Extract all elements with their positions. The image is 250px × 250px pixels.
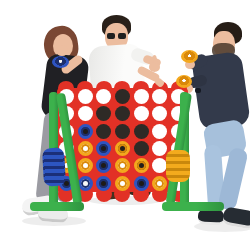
wristwatch — [195, 88, 201, 93]
cell-r3c2 — [78, 124, 93, 139]
glasses-icon — [118, 33, 126, 39]
cell-r5c4 — [115, 158, 130, 173]
player-left-hand — [56, 45, 68, 56]
cell-r3c5 — [134, 124, 149, 139]
scene — [0, 0, 250, 250]
cell-r1c2 — [78, 89, 93, 104]
cell-r5c2 — [78, 158, 93, 173]
frame-left-foot — [30, 202, 84, 211]
yellow-disc-storage-stack — [166, 150, 190, 182]
cell-r1c6 — [152, 89, 167, 104]
cell-r2c4 — [115, 106, 130, 121]
cell-r4c3 — [96, 141, 111, 156]
cell-r2c6 — [152, 106, 167, 121]
yellow-disc-held — [181, 50, 198, 63]
cell-r4c4 — [115, 141, 130, 156]
cell-r6c5 — [134, 176, 149, 191]
cell-r2c3 — [96, 106, 111, 121]
cell-r5c5 — [134, 158, 149, 173]
cell-r6c6 — [152, 176, 167, 191]
glasses-icon — [107, 33, 115, 39]
cell-r3c4 — [115, 124, 130, 139]
cell-r6c3 — [96, 176, 111, 191]
cell-r4c2 — [78, 141, 93, 156]
frame-right-foot — [162, 202, 224, 211]
blue-disc-held — [52, 56, 69, 68]
cell-r4c6 — [152, 141, 167, 156]
cell-r2c5 — [134, 106, 149, 121]
cell-r3c3 — [96, 124, 111, 139]
cell-r2c2 — [78, 106, 93, 121]
cell-r3c6 — [152, 124, 167, 139]
blue-disc-storage-stack — [42, 147, 66, 186]
cell-r5c3 — [96, 158, 111, 173]
cell-r1c3 — [96, 89, 111, 104]
cell-r1c4 — [115, 89, 130, 104]
thumbs-up-thumb — [152, 55, 158, 65]
cell-r6c4 — [115, 176, 130, 191]
yellow-disc-held — [176, 75, 192, 88]
cell-r1c5 — [134, 89, 149, 104]
cell-r4c5 — [134, 141, 149, 156]
